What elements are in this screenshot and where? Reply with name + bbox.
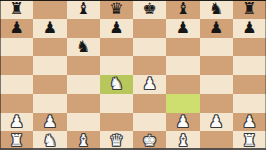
- chess-app-screenshot: ♜♝♛♚♝♞♜♟♟♟♟♟♟♞♞♟♟♟♟♟♟♜♞♝♛♚♝♜: [0, 0, 266, 150]
- square-f1[interactable]: ♝: [166, 131, 199, 150]
- square-g4[interactable]: [200, 75, 233, 94]
- piece-black-pawn[interactable]: ♟: [9, 20, 23, 36]
- piece-black-queen[interactable]: ♛: [109, 1, 123, 17]
- square-b8[interactable]: [33, 0, 66, 19]
- piece-white-pawn[interactable]: ♟: [9, 114, 23, 130]
- piece-black-rook[interactable]: ♜: [9, 1, 23, 17]
- piece-black-king[interactable]: ♚: [142, 1, 156, 17]
- piece-white-queen[interactable]: ♛: [109, 133, 123, 149]
- piece-black-pawn[interactable]: ♟: [43, 20, 57, 36]
- piece-black-pawn[interactable]: ♟: [109, 20, 123, 36]
- square-e4[interactable]: ♟: [133, 75, 166, 94]
- piece-white-pawn[interactable]: ♟: [242, 114, 256, 130]
- square-a4[interactable]: [0, 75, 33, 94]
- square-e7[interactable]: [133, 19, 166, 38]
- square-d7[interactable]: ♟: [100, 19, 133, 38]
- piece-white-king[interactable]: ♚: [142, 133, 156, 149]
- piece-black-knight[interactable]: ♞: [209, 1, 223, 17]
- piece-black-bishop[interactable]: ♝: [76, 1, 90, 17]
- square-a8[interactable]: ♜: [0, 0, 33, 19]
- square-d6[interactable]: [100, 38, 133, 57]
- square-f6[interactable]: [166, 38, 199, 57]
- piece-white-bishop[interactable]: ♝: [76, 133, 90, 149]
- square-b6[interactable]: [33, 38, 66, 57]
- piece-white-pawn[interactable]: ♟: [209, 114, 223, 130]
- square-b4[interactable]: [33, 75, 66, 94]
- square-a2[interactable]: ♟: [0, 113, 33, 132]
- square-b1[interactable]: ♞: [33, 131, 66, 150]
- square-g6[interactable]: [200, 38, 233, 57]
- piece-white-rook[interactable]: ♜: [9, 133, 23, 149]
- square-b2[interactable]: ♟: [33, 113, 66, 132]
- square-c2[interactable]: [67, 113, 100, 132]
- piece-white-knight[interactable]: ♞: [109, 76, 123, 92]
- square-e2[interactable]: [133, 113, 166, 132]
- square-d3[interactable]: [100, 94, 133, 113]
- square-b3[interactable]: [33, 94, 66, 113]
- square-f5[interactable]: [166, 56, 199, 75]
- square-h6[interactable]: [233, 38, 266, 57]
- square-e6[interactable]: [133, 38, 166, 57]
- square-g7[interactable]: ♟: [200, 19, 233, 38]
- square-d4[interactable]: ♞: [100, 75, 133, 94]
- square-e5[interactable]: [133, 56, 166, 75]
- square-c3[interactable]: [67, 94, 100, 113]
- piece-black-knight[interactable]: ♞: [76, 39, 90, 55]
- piece-white-pawn[interactable]: ♟: [142, 76, 156, 92]
- square-f8[interactable]: ♝: [166, 0, 199, 19]
- square-c4[interactable]: [67, 75, 100, 94]
- square-h7[interactable]: ♟: [233, 19, 266, 38]
- square-a3[interactable]: [0, 94, 33, 113]
- square-g1[interactable]: [200, 131, 233, 150]
- square-a5[interactable]: [0, 56, 33, 75]
- piece-black-pawn[interactable]: ♟: [209, 20, 223, 36]
- square-d2[interactable]: [100, 113, 133, 132]
- square-e3[interactable]: [133, 94, 166, 113]
- square-a1[interactable]: ♜: [0, 131, 33, 150]
- square-h5[interactable]: [233, 56, 266, 75]
- square-d8[interactable]: ♛: [100, 0, 133, 19]
- square-b5[interactable]: [33, 56, 66, 75]
- piece-white-knight[interactable]: ♞: [43, 133, 57, 149]
- chess-board: ♜♝♛♚♝♞♜♟♟♟♟♟♟♞♞♟♟♟♟♟♟♜♞♝♛♚♝♜: [0, 0, 266, 150]
- square-c8[interactable]: ♝: [67, 0, 100, 19]
- square-h2[interactable]: ♟: [233, 113, 266, 132]
- square-h8[interactable]: ♜: [233, 0, 266, 19]
- square-h4[interactable]: [233, 75, 266, 94]
- square-b7[interactable]: ♟: [33, 19, 66, 38]
- square-a6[interactable]: [0, 38, 33, 57]
- square-g5[interactable]: [200, 56, 233, 75]
- square-d5[interactable]: [100, 56, 133, 75]
- square-c1[interactable]: ♝: [67, 131, 100, 150]
- square-c7[interactable]: [67, 19, 100, 38]
- square-h1[interactable]: ♜: [233, 131, 266, 150]
- piece-white-rook[interactable]: ♜: [242, 133, 256, 149]
- square-c6[interactable]: ♞: [67, 38, 100, 57]
- piece-black-pawn[interactable]: ♟: [176, 20, 190, 36]
- square-f3[interactable]: [166, 94, 199, 113]
- square-g8[interactable]: ♞: [200, 0, 233, 19]
- square-h3[interactable]: [233, 94, 266, 113]
- square-e1[interactable]: ♚: [133, 131, 166, 150]
- piece-white-pawn[interactable]: ♟: [43, 114, 57, 130]
- square-c5[interactable]: [67, 56, 100, 75]
- square-f7[interactable]: ♟: [166, 19, 199, 38]
- piece-white-pawn[interactable]: ♟: [176, 114, 190, 130]
- square-d1[interactable]: ♛: [100, 131, 133, 150]
- square-f2[interactable]: ♟: [166, 113, 199, 132]
- square-a7[interactable]: ♟: [0, 19, 33, 38]
- square-e8[interactable]: ♚: [133, 0, 166, 19]
- piece-black-rook[interactable]: ♜: [242, 1, 256, 17]
- square-g3[interactable]: [200, 94, 233, 113]
- square-f4[interactable]: [166, 75, 199, 94]
- piece-white-bishop[interactable]: ♝: [176, 133, 190, 149]
- square-g2[interactable]: ♟: [200, 113, 233, 132]
- piece-black-pawn[interactable]: ♟: [242, 20, 256, 36]
- piece-black-bishop[interactable]: ♝: [176, 1, 190, 17]
